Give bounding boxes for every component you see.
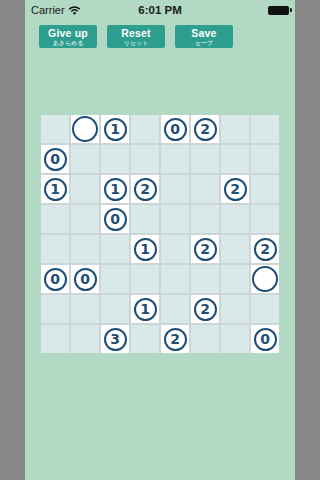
clue-circle-0: 0 [104, 208, 127, 231]
cell-r1c4[interactable] [131, 115, 159, 143]
clue-circle-0: 0 [44, 148, 67, 171]
reset-button[interactable]: Reset リセット [107, 25, 165, 48]
cell-r3c6[interactable] [191, 175, 219, 203]
clue-circle-0: 0 [74, 268, 97, 291]
clue-circle-2: 2 [194, 238, 217, 261]
cell-r7c4[interactable]: 1 [131, 295, 159, 323]
clue-circle-2: 2 [134, 178, 157, 201]
cell-r1c5[interactable]: 0 [161, 115, 189, 143]
cell-r2c7[interactable] [221, 145, 249, 173]
cell-r4c2[interactable] [71, 205, 99, 233]
clue-circle-3: 3 [104, 328, 127, 351]
clue-circle-1: 1 [104, 118, 127, 141]
clue-circle-0: 0 [254, 328, 277, 351]
cell-r2c3[interactable] [101, 145, 129, 173]
cell-r6c4[interactable] [131, 265, 159, 293]
reset-label: Reset [121, 28, 151, 39]
cell-r4c3[interactable]: 0 [101, 205, 129, 233]
cell-r2c2[interactable] [71, 145, 99, 173]
reset-sublabel: リセット [124, 40, 149, 46]
cell-r1c6[interactable]: 2 [191, 115, 219, 143]
cell-r1c8[interactable] [251, 115, 279, 143]
toolbar: Give up あきらめる Reset リセット Save セーブ [39, 25, 233, 48]
cell-r1c2[interactable] [71, 115, 99, 143]
clue-circle-2: 2 [254, 238, 277, 261]
save-label: Save [191, 28, 216, 39]
clue-circle-1: 1 [134, 238, 157, 261]
cell-r5c1[interactable] [41, 235, 69, 263]
cell-r4c4[interactable] [131, 205, 159, 233]
puzzle-board: 1020112201220012320 [41, 115, 279, 353]
cell-r7c6[interactable]: 2 [191, 295, 219, 323]
clue-circle-1: 1 [134, 298, 157, 321]
app-screen: Carrier 6:01 PM Give up あきらめる Reset リセット… [25, 0, 295, 480]
empty-circle [252, 266, 278, 292]
cell-r2c1[interactable]: 0 [41, 145, 69, 173]
cell-r5c6[interactable]: 2 [191, 235, 219, 263]
cell-r1c7[interactable] [221, 115, 249, 143]
cell-r7c2[interactable] [71, 295, 99, 323]
cell-r5c5[interactable] [161, 235, 189, 263]
cell-r8c1[interactable] [41, 325, 69, 353]
cell-r2c6[interactable] [191, 145, 219, 173]
clue-circle-1: 1 [44, 178, 67, 201]
cell-r3c5[interactable] [161, 175, 189, 203]
cell-r3c8[interactable] [251, 175, 279, 203]
save-sublabel: セーブ [195, 40, 213, 46]
status-clock: 6:01 PM [121, 4, 199, 16]
clue-circle-2: 2 [194, 118, 217, 141]
cell-r1c1[interactable] [41, 115, 69, 143]
cell-r7c5[interactable] [161, 295, 189, 323]
clue-circle-0: 0 [164, 118, 187, 141]
cell-r3c1[interactable]: 1 [41, 175, 69, 203]
cell-r5c2[interactable] [71, 235, 99, 263]
cell-r4c1[interactable] [41, 205, 69, 233]
cell-r2c8[interactable] [251, 145, 279, 173]
cell-r6c1[interactable]: 0 [41, 265, 69, 293]
cell-r7c8[interactable] [251, 295, 279, 323]
cell-r1c3[interactable]: 1 [101, 115, 129, 143]
cell-r3c7[interactable]: 2 [221, 175, 249, 203]
cell-r5c8[interactable]: 2 [251, 235, 279, 263]
cell-r6c7[interactable] [221, 265, 249, 293]
cell-r8c4[interactable] [131, 325, 159, 353]
save-button[interactable]: Save セーブ [175, 25, 233, 48]
cell-r3c3[interactable]: 1 [101, 175, 129, 203]
cell-r7c7[interactable] [221, 295, 249, 323]
cell-r3c2[interactable] [71, 175, 99, 203]
cell-r4c7[interactable] [221, 205, 249, 233]
cell-r6c2[interactable]: 0 [71, 265, 99, 293]
cell-r5c4[interactable]: 1 [131, 235, 159, 263]
cell-r2c4[interactable] [131, 145, 159, 173]
empty-circle [72, 116, 98, 142]
cell-r3c4[interactable]: 2 [131, 175, 159, 203]
cell-r8c3[interactable]: 3 [101, 325, 129, 353]
cell-r6c3[interactable] [101, 265, 129, 293]
clue-circle-0: 0 [44, 268, 67, 291]
cell-r6c6[interactable] [191, 265, 219, 293]
status-bar: Carrier 6:01 PM [25, 0, 295, 20]
cell-r7c3[interactable] [101, 295, 129, 323]
cell-r7c1[interactable] [41, 295, 69, 323]
battery-icon [268, 6, 289, 15]
clue-circle-2: 2 [164, 328, 187, 351]
clue-circle-2: 2 [224, 178, 247, 201]
cell-r8c6[interactable] [191, 325, 219, 353]
cell-r4c5[interactable] [161, 205, 189, 233]
cell-r6c5[interactable] [161, 265, 189, 293]
clue-circle-1: 1 [104, 178, 127, 201]
cell-r8c7[interactable] [221, 325, 249, 353]
cell-r4c8[interactable] [251, 205, 279, 233]
cell-r8c2[interactable] [71, 325, 99, 353]
cell-r8c8[interactable]: 0 [251, 325, 279, 353]
give-up-sublabel: あきらめる [53, 40, 84, 46]
cell-r6c8[interactable] [251, 265, 279, 293]
give-up-button[interactable]: Give up あきらめる [39, 25, 97, 48]
cell-r4c6[interactable] [191, 205, 219, 233]
wifi-icon [68, 5, 81, 15]
cell-r8c5[interactable]: 2 [161, 325, 189, 353]
cell-r5c3[interactable] [101, 235, 129, 263]
clue-circle-2: 2 [194, 298, 217, 321]
cell-r2c5[interactable] [161, 145, 189, 173]
carrier-label: Carrier [31, 4, 65, 16]
cell-r5c7[interactable] [221, 235, 249, 263]
give-up-label: Give up [48, 28, 88, 39]
